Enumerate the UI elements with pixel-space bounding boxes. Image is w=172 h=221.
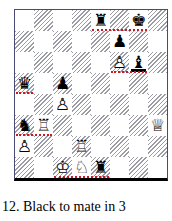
- square-f7: ♟: [110, 31, 129, 52]
- square-f2: [110, 136, 129, 157]
- white-piece-outline: ♙: [15, 136, 34, 157]
- black-piece-glyph: ♟: [110, 31, 129, 52]
- square-g5: [129, 73, 148, 94]
- piece-black-rook: ♜: [91, 10, 110, 31]
- piece-black-pawn: ♟: [110, 31, 129, 52]
- square-f8: [110, 10, 129, 31]
- black-piece-glyph: ♜: [91, 157, 110, 178]
- piece-white-queen: ♛♕: [148, 115, 167, 136]
- square-h7: [148, 31, 167, 52]
- square-e2: [91, 136, 110, 157]
- piece-white-pawn: ♟♙: [53, 94, 72, 115]
- square-h8: [148, 10, 167, 31]
- square-e8: ♜: [91, 10, 110, 31]
- white-piece-outline: ♖: [34, 115, 53, 136]
- square-g2: [129, 136, 148, 157]
- square-c3: [53, 115, 72, 136]
- chess-board: ♜♚♟♟♙♝♛♟♟♙♞♜♖♛♕♟♙♜♖♚♔♞♘♜: [14, 9, 168, 181]
- square-a4: [15, 94, 34, 115]
- square-h4: [148, 94, 167, 115]
- square-d5: [72, 73, 91, 94]
- square-e7: [91, 31, 110, 52]
- white-piece-outline: ♖: [72, 136, 91, 157]
- square-g1: [129, 157, 148, 178]
- piece-white-pawn: ♟♙: [110, 52, 129, 73]
- square-g3: [129, 115, 148, 136]
- square-f4: [110, 94, 129, 115]
- puzzle-caption: 12. Black to mate in 3: [2, 199, 126, 215]
- square-d3: [72, 115, 91, 136]
- square-a8: [15, 10, 34, 31]
- square-c7: [53, 31, 72, 52]
- square-g4: [129, 94, 148, 115]
- white-piece-outline: ♘: [72, 157, 91, 178]
- square-b3: ♜♖: [34, 115, 53, 136]
- red-squiggle-underline: [92, 29, 147, 31]
- white-piece-outline: ♙: [110, 52, 129, 73]
- square-e6: [91, 52, 110, 73]
- red-squiggle-underline: [16, 134, 52, 136]
- piece-black-king: ♚: [129, 10, 148, 31]
- square-c2: [53, 136, 72, 157]
- square-c5: ♟: [53, 73, 72, 94]
- square-e1: ♜: [91, 157, 110, 178]
- square-h2: [148, 136, 167, 157]
- square-b1: [34, 157, 53, 178]
- square-d6: [72, 52, 91, 73]
- piece-black-rook: ♜: [91, 157, 110, 178]
- piece-white-rook: ♜♖: [72, 136, 91, 157]
- square-d1: ♞♘: [72, 157, 91, 178]
- black-piece-glyph: ♚: [129, 10, 148, 31]
- red-squiggle-underline: [54, 176, 109, 178]
- square-g7: [129, 31, 148, 52]
- square-c6: [53, 52, 72, 73]
- square-a6: [15, 52, 34, 73]
- black-piece-glyph: ♟: [53, 73, 72, 94]
- square-b6: [34, 52, 53, 73]
- piece-white-knight: ♞♘: [72, 157, 91, 178]
- red-squiggle-underline: [111, 71, 147, 73]
- square-g8: ♚: [129, 10, 148, 31]
- square-c8: [53, 10, 72, 31]
- square-h5: [148, 73, 167, 94]
- piece-white-rook: ♜♖: [34, 115, 53, 136]
- square-d2: ♜♖: [72, 136, 91, 157]
- square-b7: [34, 31, 53, 52]
- piece-black-knight: ♞: [15, 115, 34, 136]
- square-c1: ♚♔: [53, 157, 72, 178]
- square-f1: [110, 157, 129, 178]
- piece-black-pawn: ♟: [53, 73, 72, 94]
- red-squiggle-underline: [16, 92, 33, 94]
- square-h1: [148, 157, 167, 178]
- square-d7: [72, 31, 91, 52]
- piece-white-king: ♚♔: [53, 157, 72, 178]
- square-a5: ♛: [15, 73, 34, 94]
- square-a2: ♟♙: [15, 136, 34, 157]
- white-piece-outline: ♔: [53, 157, 72, 178]
- square-f3: [110, 115, 129, 136]
- square-a7: [15, 31, 34, 52]
- square-b4: [34, 94, 53, 115]
- square-b5: [34, 73, 53, 94]
- white-piece-outline: ♙: [53, 94, 72, 115]
- square-h3: ♛♕: [148, 115, 167, 136]
- square-f5: [110, 73, 129, 94]
- piece-white-pawn: ♟♙: [15, 136, 34, 157]
- piece-black-queen: ♛: [15, 73, 34, 94]
- square-h6: [148, 52, 167, 73]
- square-b8: [34, 10, 53, 31]
- square-a1: [15, 157, 34, 178]
- black-piece-glyph: ♜: [91, 10, 110, 31]
- square-e3: [91, 115, 110, 136]
- square-a3: ♞: [15, 115, 34, 136]
- white-piece-outline: ♕: [148, 115, 167, 136]
- square-e4: [91, 94, 110, 115]
- square-c4: ♟♙: [53, 94, 72, 115]
- black-piece-glyph: ♛: [15, 73, 34, 94]
- square-b2: [34, 136, 53, 157]
- square-f6: ♟♙: [110, 52, 129, 73]
- square-d4: [72, 94, 91, 115]
- black-piece-glyph: ♞: [15, 115, 34, 136]
- square-d8: [72, 10, 91, 31]
- square-e5: [91, 73, 110, 94]
